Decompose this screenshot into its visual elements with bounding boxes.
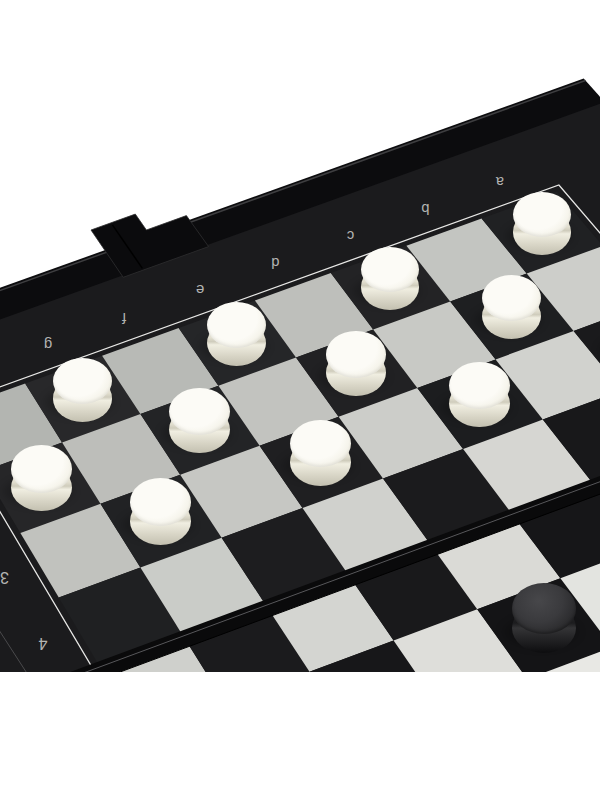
piece-top — [449, 362, 510, 409]
white-piece-g3[interactable] — [130, 478, 192, 545]
piece-top — [512, 583, 577, 633]
black-piece-d6[interactable] — [512, 583, 577, 653]
file-label-c: c — [346, 228, 354, 244]
piece-top — [130, 478, 192, 526]
piece-top — [53, 358, 112, 404]
product-photo: gfedcba134 — [0, 0, 600, 800]
white-piece-c1[interactable] — [361, 247, 419, 310]
file-label-b: b — [421, 201, 429, 217]
file-label-e: e — [196, 282, 204, 298]
white-piece-f2[interactable] — [169, 388, 229, 453]
piece-top — [11, 445, 72, 492]
white-piece-c3[interactable] — [449, 362, 510, 428]
white-piece-b2[interactable] — [482, 275, 541, 339]
file-label-a: a — [495, 174, 504, 190]
white-piece-a1[interactable] — [513, 192, 571, 255]
white-piece-g1[interactable] — [53, 358, 112, 422]
rank-label-left-3: 3 — [0, 569, 9, 586]
white-piece-e1[interactable] — [207, 302, 266, 366]
file-label-g: g — [44, 337, 52, 354]
photo-bottom-whitespace — [0, 672, 600, 800]
file-label-d: d — [271, 255, 279, 271]
piece-top — [326, 331, 386, 378]
white-piece-d2[interactable] — [326, 331, 386, 396]
rank-label-left-4: 4 — [38, 635, 47, 653]
piece-top — [169, 388, 229, 435]
white-piece-e3[interactable] — [290, 420, 351, 486]
piece-top — [513, 192, 571, 237]
piece-top — [207, 302, 266, 348]
white-piece-h2[interactable] — [11, 445, 72, 511]
piece-top — [482, 275, 541, 321]
piece-top — [361, 247, 419, 293]
